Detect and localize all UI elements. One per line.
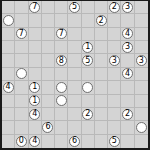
cell-r5c7[interactable] <box>95 68 108 81</box>
clue-circle-3[interactable]: 3 <box>136 55 147 66</box>
clue-circle-5[interactable]: 5 <box>69 2 80 13</box>
cell-r2c8[interactable] <box>108 28 121 41</box>
clue-circle-7[interactable]: 7 <box>29 2 40 13</box>
cell-r7c10[interactable] <box>135 95 148 108</box>
empty-circle[interactable] <box>16 68 27 79</box>
clue-circle-2[interactable]: 2 <box>122 109 133 120</box>
cell-r3c0[interactable] <box>2 41 15 54</box>
cell-r2c3[interactable] <box>42 28 55 41</box>
cell-r6c4[interactable] <box>55 81 68 94</box>
cell-r8c9[interactable]: 2 <box>121 108 134 121</box>
cell-r0c7[interactable] <box>95 1 108 14</box>
cell-r10c9[interactable] <box>121 135 134 148</box>
cell-r4c8[interactable]: 3 <box>108 54 121 67</box>
cell-r8c4[interactable] <box>55 108 68 121</box>
cell-r10c0[interactable] <box>2 135 15 148</box>
cell-r0c10[interactable] <box>135 1 148 14</box>
cell-r5c3[interactable] <box>42 68 55 81</box>
cell-r4c1[interactable] <box>15 54 28 67</box>
empty-circle[interactable] <box>3 15 14 26</box>
clue-circle-3[interactable]: 3 <box>122 42 133 53</box>
clue-circle-1[interactable]: 1 <box>82 42 93 53</box>
cell-r10c5[interactable]: 6 <box>68 135 81 148</box>
clue-circle-2[interactable]: 2 <box>96 15 107 26</box>
cell-r4c10[interactable]: 3 <box>135 54 148 67</box>
cell-r10c10[interactable] <box>135 135 148 148</box>
cell-r8c7[interactable] <box>95 108 108 121</box>
clue-circle-4[interactable]: 4 <box>29 109 40 120</box>
cell-r9c7[interactable] <box>95 121 108 134</box>
clue-circle-3[interactable]: 3 <box>109 55 120 66</box>
cell-r8c0[interactable] <box>2 108 15 121</box>
cell-r4c5[interactable] <box>68 54 81 67</box>
cell-r10c2[interactable]: 4 <box>29 135 42 148</box>
cell-r0c1[interactable] <box>15 1 28 14</box>
cell-r9c9[interactable] <box>121 121 134 134</box>
cell-r4c0[interactable] <box>2 54 15 67</box>
cell-r5c4[interactable] <box>55 68 68 81</box>
cell-r9c6[interactable] <box>82 121 95 134</box>
cell-r8c8[interactable] <box>108 108 121 121</box>
cell-r3c10[interactable] <box>135 41 148 54</box>
cell-r5c8[interactable] <box>108 68 121 81</box>
cell-r4c4[interactable]: 8 <box>55 54 68 67</box>
cell-r10c3[interactable] <box>42 135 55 148</box>
empty-circle[interactable] <box>56 95 67 106</box>
cell-r0c5[interactable]: 5 <box>68 1 81 14</box>
clue-circle-7[interactable]: 7 <box>56 28 67 39</box>
cell-r9c0[interactable] <box>2 121 15 134</box>
cell-r6c6[interactable] <box>82 81 95 94</box>
cell-r0c3[interactable] <box>42 1 55 14</box>
cell-r7c8[interactable] <box>108 95 121 108</box>
cell-r0c8[interactable]: 2 <box>108 1 121 14</box>
cell-r3c9[interactable]: 3 <box>121 41 134 54</box>
puzzle-board: 75232774138533441142260465 <box>0 0 150 150</box>
cell-r5c0[interactable] <box>2 68 15 81</box>
cell-r3c5[interactable] <box>68 41 81 54</box>
clue-circle-3[interactable]: 3 <box>122 2 133 13</box>
puzzle-screenshot: 75232774138533441142260465 <box>0 0 150 150</box>
empty-circle[interactable] <box>56 82 67 93</box>
cell-r5c10[interactable] <box>135 68 148 81</box>
cell-r0c0[interactable] <box>2 1 15 14</box>
cell-r8c10[interactable] <box>135 108 148 121</box>
cell-r1c10[interactable] <box>135 14 148 27</box>
cell-r2c1[interactable]: 7 <box>15 28 28 41</box>
cell-r6c0[interactable]: 4 <box>2 81 15 94</box>
cell-r7c2[interactable]: 1 <box>29 95 42 108</box>
cell-r6c3[interactable] <box>42 81 55 94</box>
cell-r0c9[interactable]: 3 <box>121 1 134 14</box>
cell-r1c9[interactable] <box>121 14 134 27</box>
cell-r4c2[interactable] <box>29 54 42 67</box>
cell-r1c3[interactable] <box>42 14 55 27</box>
cell-r7c1[interactable] <box>15 95 28 108</box>
cell-r1c2[interactable] <box>29 14 42 27</box>
cell-r6c10[interactable] <box>135 81 148 94</box>
cell-r5c5[interactable] <box>68 68 81 81</box>
clue-circle-2[interactable]: 2 <box>109 2 120 13</box>
cell-r3c4[interactable] <box>55 41 68 54</box>
cell-r1c6[interactable] <box>82 14 95 27</box>
cell-r10c4[interactable] <box>55 135 68 148</box>
clue-circle-2[interactable]: 2 <box>82 109 93 120</box>
clue-circle-7[interactable]: 7 <box>16 28 27 39</box>
clue-circle-6[interactable]: 6 <box>69 136 80 147</box>
cell-r5c2[interactable] <box>29 68 42 81</box>
cell-r3c2[interactable] <box>29 41 42 54</box>
clue-circle-0[interactable]: 0 <box>16 136 27 147</box>
cell-r2c5[interactable] <box>68 28 81 41</box>
cell-r7c9[interactable] <box>121 95 134 108</box>
cell-r8c1[interactable] <box>15 108 28 121</box>
cell-r4c3[interactable] <box>42 54 55 67</box>
cell-r7c0[interactable] <box>2 95 15 108</box>
cell-r1c8[interactable] <box>108 14 121 27</box>
cell-r3c3[interactable] <box>42 41 55 54</box>
clue-circle-4[interactable]: 4 <box>3 82 14 93</box>
cell-r2c9[interactable]: 4 <box>121 28 134 41</box>
cell-r6c2[interactable]: 1 <box>29 81 42 94</box>
cell-r7c7[interactable] <box>95 95 108 108</box>
cell-r3c1[interactable] <box>15 41 28 54</box>
cell-r9c2[interactable] <box>29 121 42 134</box>
cell-r6c9[interactable] <box>121 81 134 94</box>
empty-circle[interactable] <box>136 122 147 133</box>
cell-r10c7[interactable] <box>95 135 108 148</box>
cell-r5c1[interactable] <box>15 68 28 81</box>
clue-circle-5[interactable]: 5 <box>109 136 120 147</box>
cell-r4c6[interactable]: 5 <box>82 54 95 67</box>
cell-r3c7[interactable] <box>95 41 108 54</box>
cell-r5c9[interactable]: 4 <box>121 68 134 81</box>
cell-r4c9[interactable] <box>121 54 134 67</box>
cell-r1c4[interactable] <box>55 14 68 27</box>
cell-r2c0[interactable] <box>2 28 15 41</box>
cell-r1c1[interactable] <box>15 14 28 27</box>
clue-circle-5[interactable]: 5 <box>82 55 93 66</box>
clue-circle-4[interactable]: 4 <box>122 28 133 39</box>
cell-r6c8[interactable] <box>108 81 121 94</box>
empty-circle[interactable] <box>82 82 93 93</box>
cell-r2c7[interactable] <box>95 28 108 41</box>
clue-circle-1[interactable]: 1 <box>29 95 40 106</box>
clue-circle-4[interactable]: 4 <box>29 136 40 147</box>
cell-r1c7[interactable]: 2 <box>95 14 108 27</box>
clue-circle-6[interactable]: 6 <box>42 122 53 133</box>
cell-r8c6[interactable]: 2 <box>82 108 95 121</box>
cell-r6c5[interactable] <box>68 81 81 94</box>
cell-r2c4[interactable]: 7 <box>55 28 68 41</box>
clue-circle-4[interactable]: 4 <box>122 68 133 79</box>
cell-r9c4[interactable] <box>55 121 68 134</box>
cell-r8c3[interactable] <box>42 108 55 121</box>
cell-r7c3[interactable] <box>42 95 55 108</box>
cell-r1c5[interactable] <box>68 14 81 27</box>
cell-r9c8[interactable] <box>108 121 121 134</box>
cell-r6c7[interactable] <box>95 81 108 94</box>
cell-r10c1[interactable]: 0 <box>15 135 28 148</box>
cell-r7c5[interactable] <box>68 95 81 108</box>
cell-r0c2[interactable]: 7 <box>29 1 42 14</box>
cell-r3c6[interactable]: 1 <box>82 41 95 54</box>
cell-r2c6[interactable] <box>82 28 95 41</box>
cell-r9c3[interactable]: 6 <box>42 121 55 134</box>
cell-r9c5[interactable] <box>68 121 81 134</box>
cell-r8c2[interactable]: 4 <box>29 108 42 121</box>
cell-r9c10[interactable] <box>135 121 148 134</box>
cell-r6c1[interactable] <box>15 81 28 94</box>
cell-r10c8[interactable]: 5 <box>108 135 121 148</box>
cell-r5c6[interactable] <box>82 68 95 81</box>
cell-r2c2[interactable] <box>29 28 42 41</box>
cell-r9c1[interactable] <box>15 121 28 134</box>
cell-r10c6[interactable] <box>82 135 95 148</box>
cell-r1c0[interactable] <box>2 14 15 27</box>
cell-r7c4[interactable] <box>55 95 68 108</box>
clue-circle-1[interactable]: 1 <box>29 82 40 93</box>
cell-r7c6[interactable] <box>82 95 95 108</box>
cell-r0c4[interactable] <box>55 1 68 14</box>
cell-r8c5[interactable] <box>68 108 81 121</box>
cell-r3c8[interactable] <box>108 41 121 54</box>
cell-r0c6[interactable] <box>82 1 95 14</box>
cell-r4c7[interactable] <box>95 54 108 67</box>
clue-circle-8[interactable]: 8 <box>56 55 67 66</box>
cell-r2c10[interactable] <box>135 28 148 41</box>
